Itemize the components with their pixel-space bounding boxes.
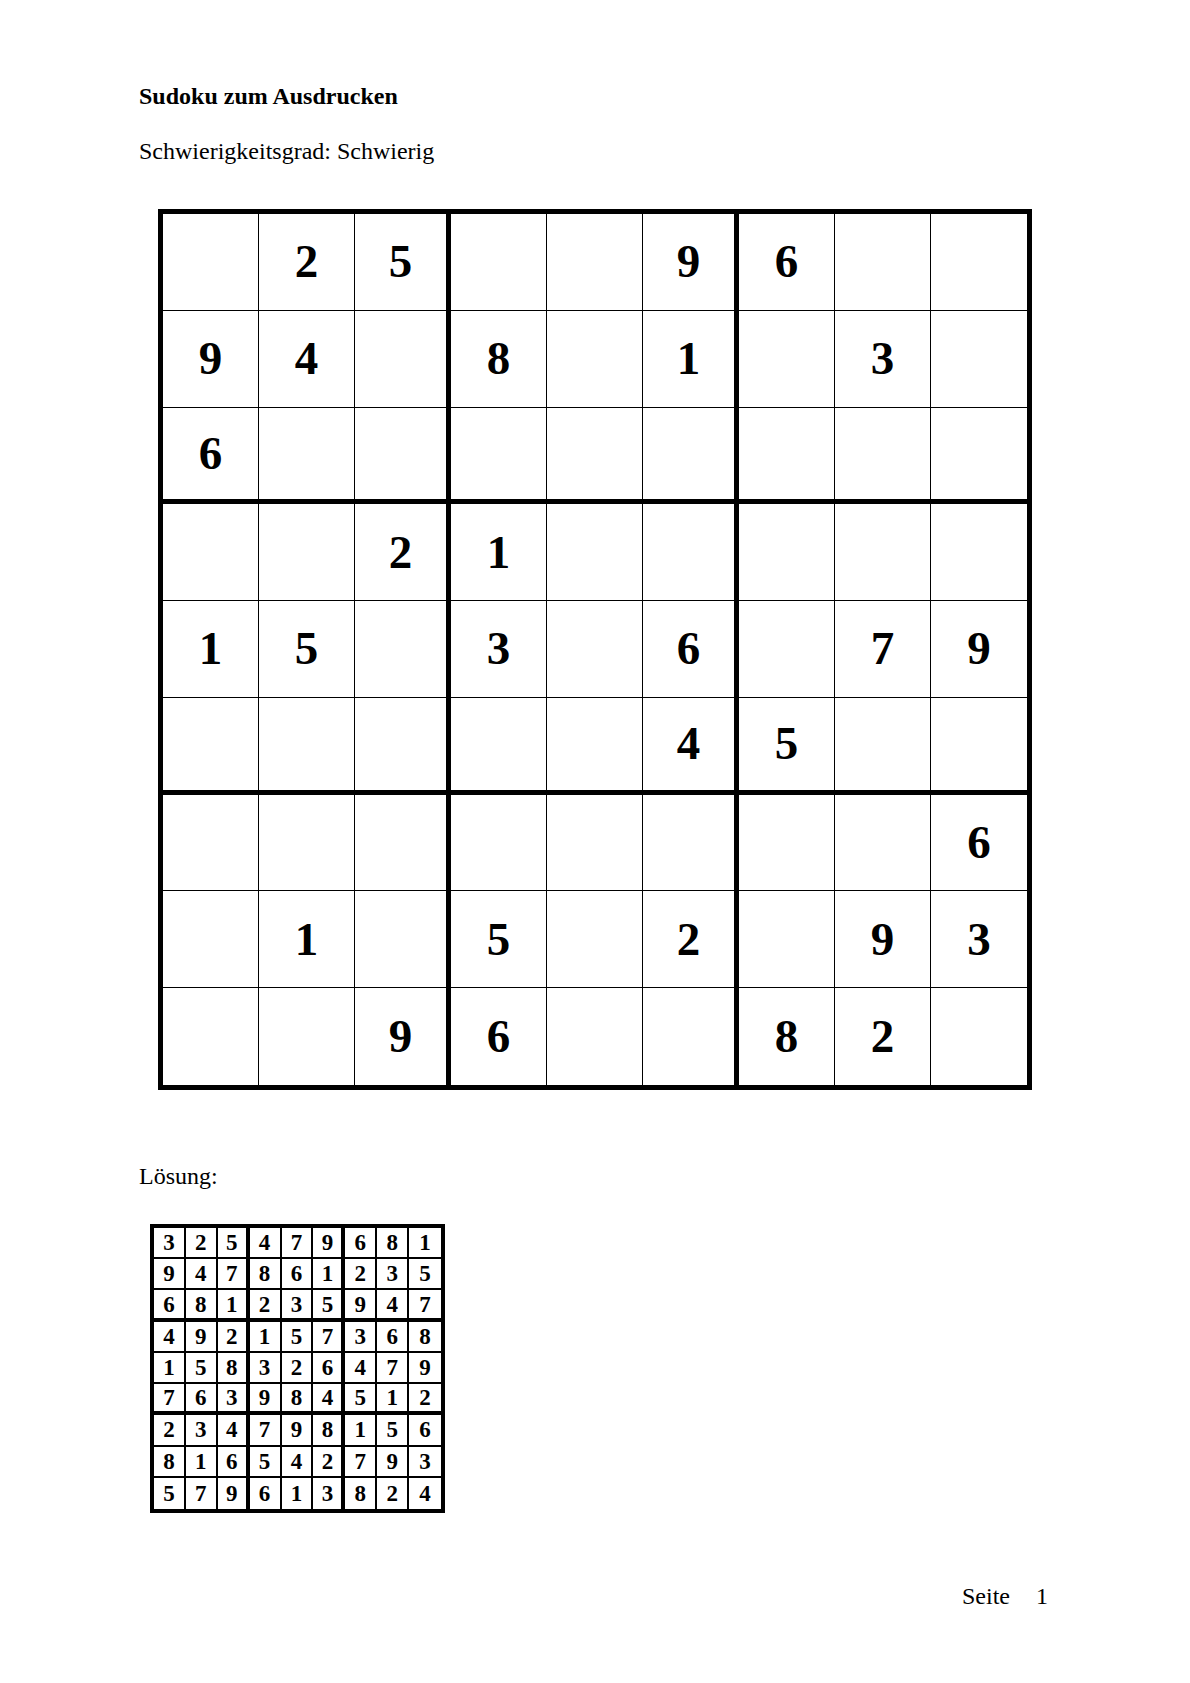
- puzzle-cell-r7c5: [547, 795, 643, 892]
- puzzle-cell-r7c9: 6: [931, 795, 1027, 892]
- solution-cell-r7c6: 8: [313, 1415, 345, 1446]
- solution-cell-r4c6: 7: [313, 1322, 345, 1353]
- solution-cell-r6c7: 5: [345, 1384, 377, 1415]
- solution-cell-r3c5: 3: [282, 1290, 314, 1321]
- solution-cell-r7c1: 2: [154, 1415, 186, 1446]
- puzzle-cell-r1c5: [547, 214, 643, 311]
- puzzle-cell-r5c1: 1: [163, 601, 259, 698]
- solution-heading: Lösung:: [139, 1163, 218, 1189]
- puzzle-cell-r5c8: 7: [835, 601, 931, 698]
- solution-cell-r3c9: 7: [409, 1290, 441, 1321]
- solution-cell-r1c3: 5: [218, 1228, 250, 1259]
- solution-cell-r1c4: 4: [250, 1228, 282, 1259]
- puzzle-cell-r7c2: [259, 795, 355, 892]
- solution-cell-r5c3: 8: [218, 1353, 250, 1384]
- solution-cell-r7c2: 3: [186, 1415, 218, 1446]
- solution-cell-r7c9: 6: [409, 1415, 441, 1446]
- solution-cell-r8c9: 3: [409, 1447, 441, 1478]
- solution-cell-r2c9: 5: [409, 1259, 441, 1290]
- puzzle-cell-r8c1: [163, 891, 259, 988]
- solution-cell-r4c5: 5: [282, 1322, 314, 1353]
- puzzle-cell-r2c1: 9: [163, 311, 259, 408]
- puzzle-cell-r5c3: [355, 601, 451, 698]
- puzzle-cell-r8c6: 2: [643, 891, 739, 988]
- solution-cell-r3c4: 2: [250, 1290, 282, 1321]
- solution-cell-r4c1: 4: [154, 1322, 186, 1353]
- solution-cell-r8c6: 2: [313, 1447, 345, 1478]
- puzzle-cell-r2c5: [547, 311, 643, 408]
- solution-cell-r5c4: 3: [250, 1353, 282, 1384]
- puzzle-cell-r5c5: [547, 601, 643, 698]
- solution-cell-r5c6: 6: [313, 1353, 345, 1384]
- puzzle-cell-r9c7: 8: [739, 988, 835, 1085]
- solution-cell-r9c9: 4: [409, 1478, 441, 1509]
- puzzle-cell-r1c3: 5: [355, 214, 451, 311]
- puzzle-cell-r9c6: [643, 988, 739, 1085]
- sudoku-solution-grid: 3254796819478612356812359474921573681583…: [150, 1224, 445, 1513]
- solution-cell-r9c1: 5: [154, 1478, 186, 1509]
- puzzle-cell-r8c7: [739, 891, 835, 988]
- solution-cell-r7c8: 5: [377, 1415, 409, 1446]
- puzzle-cell-r8c3: [355, 891, 451, 988]
- solution-cell-r6c3: 3: [218, 1384, 250, 1415]
- solution-cell-r8c1: 8: [154, 1447, 186, 1478]
- puzzle-cell-r7c7: [739, 795, 835, 892]
- puzzle-cell-r6c3: [355, 698, 451, 795]
- puzzle-cell-r6c6: 4: [643, 698, 739, 795]
- puzzle-cell-r9c1: [163, 988, 259, 1085]
- solution-cell-r6c1: 7: [154, 1384, 186, 1415]
- solution-cell-r3c8: 4: [377, 1290, 409, 1321]
- solution-cell-r1c6: 9: [313, 1228, 345, 1259]
- puzzle-cell-r5c7: [739, 601, 835, 698]
- puzzle-cell-r9c9: [931, 988, 1027, 1085]
- puzzle-cell-r8c2: 1: [259, 891, 355, 988]
- puzzle-cell-r3c4: [451, 408, 547, 505]
- solution-cell-r9c7: 8: [345, 1478, 377, 1509]
- puzzle-cell-r4c8: [835, 504, 931, 601]
- puzzle-cell-r1c9: [931, 214, 1027, 311]
- puzzle-cell-r4c3: 2: [355, 504, 451, 601]
- solution-cell-r2c1: 9: [154, 1259, 186, 1290]
- puzzle-cell-r3c2: [259, 408, 355, 505]
- solution-cell-r5c7: 4: [345, 1353, 377, 1384]
- puzzle-cell-r2c6: 1: [643, 311, 739, 408]
- solution-cell-r6c6: 4: [313, 1384, 345, 1415]
- puzzle-cell-r1c6: 9: [643, 214, 739, 311]
- puzzle-cell-r1c1: [163, 214, 259, 311]
- solution-cell-r4c2: 9: [186, 1322, 218, 1353]
- solution-cell-r9c8: 2: [377, 1478, 409, 1509]
- puzzle-cell-r9c5: [547, 988, 643, 1085]
- solution-cell-r7c3: 4: [218, 1415, 250, 1446]
- puzzle-cell-r1c2: 2: [259, 214, 355, 311]
- puzzle-cell-r5c9: 9: [931, 601, 1027, 698]
- solution-cell-r8c2: 1: [186, 1447, 218, 1478]
- puzzle-cell-r3c6: [643, 408, 739, 505]
- puzzle-cell-r8c9: 3: [931, 891, 1027, 988]
- puzzle-cell-r9c4: 6: [451, 988, 547, 1085]
- puzzle-cell-r8c4: 5: [451, 891, 547, 988]
- solution-cell-r2c2: 4: [186, 1259, 218, 1290]
- puzzle-cell-r9c8: 2: [835, 988, 931, 1085]
- page-label: Seite: [962, 1583, 1010, 1609]
- puzzle-cell-r7c1: [163, 795, 259, 892]
- solution-cell-r7c5: 9: [282, 1415, 314, 1446]
- solution-cell-r3c7: 9: [345, 1290, 377, 1321]
- puzzle-cell-r5c6: 6: [643, 601, 739, 698]
- solution-cell-r4c7: 3: [345, 1322, 377, 1353]
- solution-cell-r1c9: 1: [409, 1228, 441, 1259]
- solution-cell-r5c1: 1: [154, 1353, 186, 1384]
- puzzle-cell-r8c5: [547, 891, 643, 988]
- solution-cell-r5c5: 2: [282, 1353, 314, 1384]
- puzzle-cell-r2c4: 8: [451, 311, 547, 408]
- puzzle-cell-r6c7: 5: [739, 698, 835, 795]
- puzzle-cell-r4c7: [739, 504, 835, 601]
- solution-cell-r8c5: 4: [282, 1447, 314, 1478]
- puzzle-cell-r6c8: [835, 698, 931, 795]
- puzzle-cell-r9c3: 9: [355, 988, 451, 1085]
- solution-cell-r1c7: 6: [345, 1228, 377, 1259]
- solution-cell-r6c5: 8: [282, 1384, 314, 1415]
- puzzle-cell-r6c4: [451, 698, 547, 795]
- solution-cell-r6c8: 1: [377, 1384, 409, 1415]
- solution-cell-r4c3: 2: [218, 1322, 250, 1353]
- puzzle-cell-r4c9: [931, 504, 1027, 601]
- solution-cell-r6c4: 9: [250, 1384, 282, 1415]
- puzzle-cell-r1c8: [835, 214, 931, 311]
- puzzle-cell-r3c5: [547, 408, 643, 505]
- solution-cell-r8c7: 7: [345, 1447, 377, 1478]
- solution-cell-r9c5: 1: [282, 1478, 314, 1509]
- puzzle-cell-r4c4: 1: [451, 504, 547, 601]
- puzzle-cell-r3c7: [739, 408, 835, 505]
- puzzle-cell-r2c3: [355, 311, 451, 408]
- solution-cell-r3c1: 6: [154, 1290, 186, 1321]
- solution-cell-r8c3: 6: [218, 1447, 250, 1478]
- solution-cell-r7c7: 1: [345, 1415, 377, 1446]
- solution-cell-r9c3: 9: [218, 1478, 250, 1509]
- solution-cell-r4c9: 8: [409, 1322, 441, 1353]
- solution-cell-r2c6: 1: [313, 1259, 345, 1290]
- solution-cell-r8c8: 9: [377, 1447, 409, 1478]
- puzzle-cell-r6c1: [163, 698, 259, 795]
- solution-cell-r1c5: 7: [282, 1228, 314, 1259]
- puzzle-cell-r8c8: 9: [835, 891, 931, 988]
- solution-cell-r2c5: 6: [282, 1259, 314, 1290]
- solution-cell-r2c8: 3: [377, 1259, 409, 1290]
- solution-cell-r2c7: 2: [345, 1259, 377, 1290]
- page-number: 1: [1036, 1583, 1048, 1609]
- puzzle-cell-r9c2: [259, 988, 355, 1085]
- solution-cell-r1c1: 3: [154, 1228, 186, 1259]
- page-title: Sudoku zum Ausdrucken: [139, 83, 398, 109]
- solution-cell-r4c4: 1: [250, 1322, 282, 1353]
- puzzle-cell-r7c6: [643, 795, 739, 892]
- solution-cell-r1c2: 2: [186, 1228, 218, 1259]
- puzzle-cell-r2c2: 4: [259, 311, 355, 408]
- puzzle-cell-r4c6: [643, 504, 739, 601]
- solution-cell-r5c9: 9: [409, 1353, 441, 1384]
- solution-cell-r2c3: 7: [218, 1259, 250, 1290]
- puzzle-cell-r3c9: [931, 408, 1027, 505]
- puzzle-cell-r2c9: [931, 311, 1027, 408]
- solution-cell-r9c6: 3: [313, 1478, 345, 1509]
- solution-cell-r9c4: 6: [250, 1478, 282, 1509]
- solution-cell-r7c4: 7: [250, 1415, 282, 1446]
- sudoku-puzzle-grid: 259694813621153679456152939682: [158, 209, 1032, 1090]
- puzzle-cell-r1c4: [451, 214, 547, 311]
- puzzle-cell-r6c2: [259, 698, 355, 795]
- puzzle-cell-r5c2: 5: [259, 601, 355, 698]
- puzzle-cell-r2c8: 3: [835, 311, 931, 408]
- solution-cell-r3c6: 5: [313, 1290, 345, 1321]
- solution-cell-r8c4: 5: [250, 1447, 282, 1478]
- puzzle-cell-r5c4: 3: [451, 601, 547, 698]
- solution-cell-r3c2: 8: [186, 1290, 218, 1321]
- difficulty-label: Schwierigkeitsgrad: Schwierig: [139, 138, 434, 164]
- puzzle-cell-r3c3: [355, 408, 451, 505]
- solution-cell-r6c9: 2: [409, 1384, 441, 1415]
- puzzle-cell-r7c3: [355, 795, 451, 892]
- puzzle-cell-r1c7: 6: [739, 214, 835, 311]
- document-page: Sudoku zum Ausdrucken Schwierigkeitsgrad…: [0, 0, 1190, 1683]
- puzzle-cell-r6c5: [547, 698, 643, 795]
- puzzle-cell-r6c9: [931, 698, 1027, 795]
- puzzle-cell-r3c1: 6: [163, 408, 259, 505]
- page-footer: Seite1: [962, 1583, 1048, 1609]
- solution-cell-r5c2: 5: [186, 1353, 218, 1384]
- solution-cell-r1c8: 8: [377, 1228, 409, 1259]
- puzzle-cell-r7c4: [451, 795, 547, 892]
- solution-cell-r5c8: 7: [377, 1353, 409, 1384]
- puzzle-cell-r4c1: [163, 504, 259, 601]
- puzzle-cell-r2c7: [739, 311, 835, 408]
- puzzle-cell-r7c8: [835, 795, 931, 892]
- solution-cell-r4c8: 6: [377, 1322, 409, 1353]
- solution-cell-r3c3: 1: [218, 1290, 250, 1321]
- puzzle-cell-r3c8: [835, 408, 931, 505]
- solution-cell-r6c2: 6: [186, 1384, 218, 1415]
- solution-cell-r2c4: 8: [250, 1259, 282, 1290]
- puzzle-cell-r4c2: [259, 504, 355, 601]
- solution-cell-r9c2: 7: [186, 1478, 218, 1509]
- puzzle-cell-r4c5: [547, 504, 643, 601]
